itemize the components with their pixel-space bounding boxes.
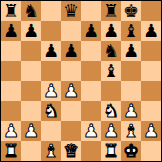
white-rook-piece[interactable]: ♜ [103,141,119,161]
square-a5[interactable] [1,61,21,81]
square-g6[interactable]: ♟ [121,41,141,61]
square-b4[interactable] [21,81,41,101]
square-d4[interactable]: ♟ [61,81,81,101]
square-f7[interactable]: ♟ [101,21,121,41]
white-bishop-piece[interactable]: ♝ [123,121,139,141]
square-c7[interactable] [41,21,61,41]
square-f5[interactable]: ♝ [101,61,121,81]
black-pawn-piece[interactable]: ♟ [123,41,139,61]
square-b2[interactable]: ♟ [21,121,41,141]
black-pawn-piece[interactable]: ♟ [63,41,79,61]
square-e5[interactable] [81,61,101,81]
square-c5[interactable] [41,61,61,81]
square-b1[interactable] [21,141,41,161]
square-b5[interactable] [21,61,41,81]
square-d7[interactable] [61,21,81,41]
square-c3[interactable]: ♞ [41,101,61,121]
square-g8[interactable]: ♚ [121,1,141,21]
square-d3[interactable] [61,101,81,121]
square-a7[interactable]: ♟ [1,21,21,41]
white-pawn-piece[interactable]: ♟ [123,101,139,121]
black-pawn-piece[interactable]: ♟ [23,21,39,41]
square-b8[interactable]: ♞ [21,1,41,21]
black-rook-piece[interactable]: ♜ [3,1,19,21]
square-c2[interactable] [41,121,61,141]
square-e6[interactable] [81,41,101,61]
square-c6[interactable]: ♟ [41,41,61,61]
square-e2[interactable]: ♟ [81,121,101,141]
white-bishop-piece[interactable]: ♝ [43,141,59,161]
square-a1[interactable]: ♜ [1,141,21,161]
black-pawn-piece[interactable]: ♟ [143,21,159,41]
square-c8[interactable] [41,1,61,21]
square-f1[interactable]: ♜ [101,141,121,161]
square-f8[interactable]: ♜ [101,1,121,21]
square-f6[interactable]: ♞ [101,41,121,61]
square-g7[interactable]: ♝ [121,21,141,41]
black-knight-piece[interactable]: ♞ [23,1,39,21]
square-h3[interactable] [141,101,161,121]
square-g2[interactable]: ♝ [121,121,141,141]
black-pawn-piece[interactable]: ♟ [43,41,59,61]
square-c4[interactable]: ♟ [41,81,61,101]
square-f2[interactable]: ♟ [101,121,121,141]
square-g3[interactable]: ♟ [121,101,141,121]
square-e7[interactable]: ♟ [81,21,101,41]
black-bishop-piece[interactable]: ♝ [103,61,119,81]
square-c1[interactable]: ♝ [41,141,61,161]
white-pawn-piece[interactable]: ♟ [103,121,119,141]
square-d6[interactable]: ♟ [61,41,81,61]
white-pawn-piece[interactable]: ♟ [83,121,99,141]
black-rook-piece[interactable]: ♜ [103,1,119,21]
square-e3[interactable] [81,101,101,121]
square-g1[interactable]: ♚ [121,141,141,161]
square-g4[interactable] [121,81,141,101]
square-b6[interactable] [21,41,41,61]
square-b7[interactable]: ♟ [21,21,41,41]
white-pawn-piece[interactable]: ♟ [3,121,19,141]
square-e4[interactable] [81,81,101,101]
square-a4[interactable] [1,81,21,101]
square-e1[interactable] [81,141,101,161]
white-rook-piece[interactable]: ♜ [3,141,19,161]
square-h2[interactable]: ♟ [141,121,161,141]
square-h4[interactable] [141,81,161,101]
square-h8[interactable] [141,1,161,21]
square-d2[interactable] [61,121,81,141]
square-d5[interactable] [61,61,81,81]
black-pawn-piece[interactable]: ♟ [103,21,119,41]
black-pawn-piece[interactable]: ♟ [3,21,19,41]
square-a2[interactable]: ♟ [1,121,21,141]
square-h6[interactable] [141,41,161,61]
square-e8[interactable] [81,1,101,21]
black-queen-piece[interactable]: ♛ [63,1,79,21]
square-a6[interactable] [1,41,21,61]
square-f3[interactable]: ♞ [101,101,121,121]
white-pawn-piece[interactable]: ♟ [143,121,159,141]
white-pawn-piece[interactable]: ♟ [63,81,79,101]
white-knight-piece[interactable]: ♞ [103,101,119,121]
black-pawn-piece[interactable]: ♟ [83,21,99,41]
white-pawn-piece[interactable]: ♟ [23,121,39,141]
square-d1[interactable]: ♛ [61,141,81,161]
white-queen-piece[interactable]: ♛ [63,141,79,161]
square-f4[interactable] [101,81,121,101]
square-a8[interactable]: ♜ [1,1,21,21]
black-king-piece[interactable]: ♚ [123,1,139,21]
square-d8[interactable]: ♛ [61,1,81,21]
black-bishop-piece[interactable]: ♝ [123,21,139,41]
square-h5[interactable] [141,61,161,81]
white-pawn-piece[interactable]: ♟ [43,81,59,101]
square-g5[interactable] [121,61,141,81]
square-h7[interactable]: ♟ [141,21,161,41]
white-king-piece[interactable]: ♚ [123,141,139,161]
square-b3[interactable] [21,101,41,121]
black-knight-piece[interactable]: ♞ [103,41,119,61]
white-knight-piece[interactable]: ♞ [43,101,59,121]
square-a3[interactable] [1,101,21,121]
chess-board: ♜♞♛♜♚♟♟♟♟♝♟♟♟♞♟♝♟♟♞♞♟♟♟♟♟♝♟♜♝♛♜♚ [0,0,162,162]
square-h1[interactable] [141,141,161,161]
